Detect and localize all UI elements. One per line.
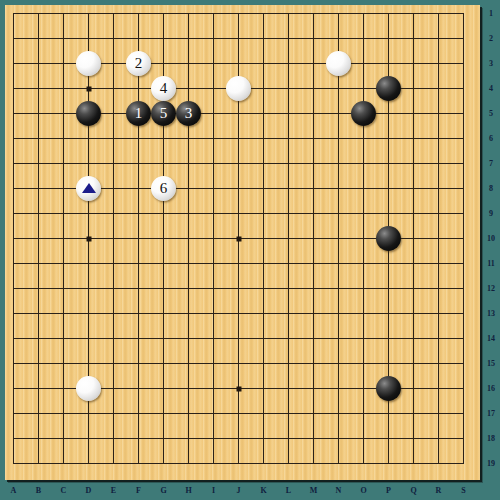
intersection-d16[interactable]	[76, 376, 101, 401]
intersection-f1[interactable]	[126, 1, 151, 26]
intersection-o8[interactable]	[351, 176, 376, 201]
intersection-f13[interactable]	[126, 301, 151, 326]
intersection-k14[interactable]	[251, 326, 276, 351]
intersection-p10[interactable]	[376, 226, 401, 251]
intersection-l18[interactable]	[276, 426, 301, 451]
intersection-e16[interactable]	[101, 376, 126, 401]
intersection-d11[interactable]	[76, 251, 101, 276]
intersection-n15[interactable]	[326, 351, 351, 376]
intersection-g7[interactable]	[151, 151, 176, 176]
intersection-g2[interactable]	[151, 26, 176, 51]
intersection-n17[interactable]	[326, 401, 351, 426]
intersection-k5[interactable]	[251, 101, 276, 126]
intersection-m7[interactable]	[301, 151, 326, 176]
intersection-j12[interactable]	[226, 276, 251, 301]
intersection-b1[interactable]	[26, 1, 51, 26]
intersection-o4[interactable]	[351, 76, 376, 101]
intersection-d8[interactable]	[76, 176, 101, 201]
intersection-n13[interactable]	[326, 301, 351, 326]
intersection-g17[interactable]	[151, 401, 176, 426]
intersection-o6[interactable]	[351, 126, 376, 151]
intersection-e9[interactable]	[101, 201, 126, 226]
intersection-a19[interactable]	[1, 451, 26, 476]
intersection-b5[interactable]	[26, 101, 51, 126]
intersection-r5[interactable]	[426, 101, 451, 126]
intersection-p18[interactable]	[376, 426, 401, 451]
intersection-k1[interactable]	[251, 1, 276, 26]
intersection-k7[interactable]	[251, 151, 276, 176]
intersection-g3[interactable]	[151, 51, 176, 76]
white-stone-d8[interactable]	[76, 176, 101, 201]
intersection-j18[interactable]	[226, 426, 251, 451]
intersection-s12[interactable]	[451, 276, 476, 301]
intersection-g11[interactable]	[151, 251, 176, 276]
white-stone-f3[interactable]: 2	[126, 51, 151, 76]
intersection-l6[interactable]	[276, 126, 301, 151]
intersection-n18[interactable]	[326, 426, 351, 451]
intersection-j10[interactable]	[226, 226, 251, 251]
intersection-k13[interactable]	[251, 301, 276, 326]
intersection-q9[interactable]	[401, 201, 426, 226]
intersection-r2[interactable]	[426, 26, 451, 51]
intersection-p19[interactable]	[376, 451, 401, 476]
intersection-i14[interactable]	[201, 326, 226, 351]
intersection-l16[interactable]	[276, 376, 301, 401]
intersection-m9[interactable]	[301, 201, 326, 226]
intersection-g10[interactable]	[151, 226, 176, 251]
intersection-k4[interactable]	[251, 76, 276, 101]
intersection-d10[interactable]	[76, 226, 101, 251]
intersection-c18[interactable]	[51, 426, 76, 451]
intersection-l3[interactable]	[276, 51, 301, 76]
intersection-e6[interactable]	[101, 126, 126, 151]
intersection-h4[interactable]	[176, 76, 201, 101]
intersection-b16[interactable]	[26, 376, 51, 401]
intersection-g14[interactable]	[151, 326, 176, 351]
intersection-m18[interactable]	[301, 426, 326, 451]
intersection-q4[interactable]	[401, 76, 426, 101]
intersection-e15[interactable]	[101, 351, 126, 376]
intersection-l4[interactable]	[276, 76, 301, 101]
intersection-o19[interactable]	[351, 451, 376, 476]
intersection-s14[interactable]	[451, 326, 476, 351]
intersection-o2[interactable]	[351, 26, 376, 51]
intersection-j17[interactable]	[226, 401, 251, 426]
intersection-o18[interactable]	[351, 426, 376, 451]
intersection-n14[interactable]	[326, 326, 351, 351]
intersection-b10[interactable]	[26, 226, 51, 251]
intersection-h13[interactable]	[176, 301, 201, 326]
intersection-l1[interactable]	[276, 1, 301, 26]
intersection-h17[interactable]	[176, 401, 201, 426]
intersection-c11[interactable]	[51, 251, 76, 276]
intersection-e7[interactable]	[101, 151, 126, 176]
intersection-m17[interactable]	[301, 401, 326, 426]
intersection-j5[interactable]	[226, 101, 251, 126]
intersection-o10[interactable]	[351, 226, 376, 251]
intersection-g18[interactable]	[151, 426, 176, 451]
intersection-a11[interactable]	[1, 251, 26, 276]
intersection-h3[interactable]	[176, 51, 201, 76]
intersection-a4[interactable]	[1, 76, 26, 101]
intersection-d7[interactable]	[76, 151, 101, 176]
intersection-o15[interactable]	[351, 351, 376, 376]
intersection-e13[interactable]	[101, 301, 126, 326]
black-stone-d5[interactable]	[76, 101, 101, 126]
intersection-m2[interactable]	[301, 26, 326, 51]
intersection-i11[interactable]	[201, 251, 226, 276]
black-stone-p16[interactable]	[376, 376, 401, 401]
intersection-n4[interactable]	[326, 76, 351, 101]
intersection-a5[interactable]	[1, 101, 26, 126]
intersection-r19[interactable]	[426, 451, 451, 476]
intersection-i10[interactable]	[201, 226, 226, 251]
intersection-q10[interactable]	[401, 226, 426, 251]
intersection-k3[interactable]	[251, 51, 276, 76]
intersection-r10[interactable]	[426, 226, 451, 251]
intersection-s11[interactable]	[451, 251, 476, 276]
intersection-l17[interactable]	[276, 401, 301, 426]
intersection-i8[interactable]	[201, 176, 226, 201]
intersection-i9[interactable]	[201, 201, 226, 226]
intersection-r15[interactable]	[426, 351, 451, 376]
intersection-f2[interactable]	[126, 26, 151, 51]
intersection-j8[interactable]	[226, 176, 251, 201]
intersection-i18[interactable]	[201, 426, 226, 451]
intersection-k8[interactable]	[251, 176, 276, 201]
intersection-m4[interactable]	[301, 76, 326, 101]
intersection-f9[interactable]	[126, 201, 151, 226]
intersection-p8[interactable]	[376, 176, 401, 201]
intersection-p11[interactable]	[376, 251, 401, 276]
intersection-c8[interactable]	[51, 176, 76, 201]
intersection-a8[interactable]	[1, 176, 26, 201]
intersection-s17[interactable]	[451, 401, 476, 426]
intersection-l19[interactable]	[276, 451, 301, 476]
intersection-p3[interactable]	[376, 51, 401, 76]
intersection-o1[interactable]	[351, 1, 376, 26]
intersection-j16[interactable]	[226, 376, 251, 401]
intersection-n9[interactable]	[326, 201, 351, 226]
black-stone-o5[interactable]	[351, 101, 376, 126]
intersection-d15[interactable]	[76, 351, 101, 376]
intersection-p5[interactable]	[376, 101, 401, 126]
intersection-m11[interactable]	[301, 251, 326, 276]
intersection-j13[interactable]	[226, 301, 251, 326]
intersection-q13[interactable]	[401, 301, 426, 326]
intersection-h7[interactable]	[176, 151, 201, 176]
intersection-s8[interactable]	[451, 176, 476, 201]
intersection-d2[interactable]	[76, 26, 101, 51]
intersection-e11[interactable]	[101, 251, 126, 276]
intersection-e12[interactable]	[101, 276, 126, 301]
intersection-c4[interactable]	[51, 76, 76, 101]
intersection-c14[interactable]	[51, 326, 76, 351]
intersection-s13[interactable]	[451, 301, 476, 326]
intersection-j6[interactable]	[226, 126, 251, 151]
intersection-a14[interactable]	[1, 326, 26, 351]
intersection-e1[interactable]	[101, 1, 126, 26]
intersection-r12[interactable]	[426, 276, 451, 301]
intersection-q6[interactable]	[401, 126, 426, 151]
intersection-n7[interactable]	[326, 151, 351, 176]
intersection-n12[interactable]	[326, 276, 351, 301]
intersection-s18[interactable]	[451, 426, 476, 451]
intersection-o5[interactable]	[351, 101, 376, 126]
intersection-d19[interactable]	[76, 451, 101, 476]
intersection-c16[interactable]	[51, 376, 76, 401]
intersection-i6[interactable]	[201, 126, 226, 151]
intersection-j15[interactable]	[226, 351, 251, 376]
intersection-b18[interactable]	[26, 426, 51, 451]
intersection-f17[interactable]	[126, 401, 151, 426]
intersection-b7[interactable]	[26, 151, 51, 176]
intersection-k15[interactable]	[251, 351, 276, 376]
intersection-r16[interactable]	[426, 376, 451, 401]
intersection-f18[interactable]	[126, 426, 151, 451]
intersection-a9[interactable]	[1, 201, 26, 226]
intersection-j7[interactable]	[226, 151, 251, 176]
intersection-e19[interactable]	[101, 451, 126, 476]
intersection-g12[interactable]	[151, 276, 176, 301]
intersection-c10[interactable]	[51, 226, 76, 251]
intersection-m10[interactable]	[301, 226, 326, 251]
intersection-p9[interactable]	[376, 201, 401, 226]
intersection-a17[interactable]	[1, 401, 26, 426]
intersection-l13[interactable]	[276, 301, 301, 326]
intersection-h1[interactable]	[176, 1, 201, 26]
intersection-p7[interactable]	[376, 151, 401, 176]
intersection-e5[interactable]	[101, 101, 126, 126]
intersection-g16[interactable]	[151, 376, 176, 401]
intersection-m13[interactable]	[301, 301, 326, 326]
intersection-l10[interactable]	[276, 226, 301, 251]
intersection-q17[interactable]	[401, 401, 426, 426]
intersection-g6[interactable]	[151, 126, 176, 151]
intersection-k18[interactable]	[251, 426, 276, 451]
intersection-g1[interactable]	[151, 1, 176, 26]
intersection-j19[interactable]	[226, 451, 251, 476]
intersection-s4[interactable]	[451, 76, 476, 101]
intersection-q14[interactable]	[401, 326, 426, 351]
intersection-c17[interactable]	[51, 401, 76, 426]
intersection-n1[interactable]	[326, 1, 351, 26]
intersection-f19[interactable]	[126, 451, 151, 476]
intersection-e2[interactable]	[101, 26, 126, 51]
intersection-p2[interactable]	[376, 26, 401, 51]
intersection-f10[interactable]	[126, 226, 151, 251]
intersection-d1[interactable]	[76, 1, 101, 26]
intersection-h6[interactable]	[176, 126, 201, 151]
intersection-l15[interactable]	[276, 351, 301, 376]
intersection-i4[interactable]	[201, 76, 226, 101]
intersection-l14[interactable]	[276, 326, 301, 351]
intersection-s2[interactable]	[451, 26, 476, 51]
white-stone-g4[interactable]: 4	[151, 76, 176, 101]
intersection-i7[interactable]	[201, 151, 226, 176]
intersection-f11[interactable]	[126, 251, 151, 276]
intersection-k11[interactable]	[251, 251, 276, 276]
intersection-m8[interactable]	[301, 176, 326, 201]
intersection-c9[interactable]	[51, 201, 76, 226]
intersection-h18[interactable]	[176, 426, 201, 451]
intersection-o11[interactable]	[351, 251, 376, 276]
intersection-b2[interactable]	[26, 26, 51, 51]
intersection-b14[interactable]	[26, 326, 51, 351]
intersection-m12[interactable]	[301, 276, 326, 301]
intersection-f8[interactable]	[126, 176, 151, 201]
intersection-b12[interactable]	[26, 276, 51, 301]
intersection-e8[interactable]	[101, 176, 126, 201]
intersection-h9[interactable]	[176, 201, 201, 226]
intersection-d14[interactable]	[76, 326, 101, 351]
intersection-i16[interactable]	[201, 376, 226, 401]
intersection-p15[interactable]	[376, 351, 401, 376]
intersection-a16[interactable]	[1, 376, 26, 401]
intersection-s10[interactable]	[451, 226, 476, 251]
intersection-q2[interactable]	[401, 26, 426, 51]
intersection-s3[interactable]	[451, 51, 476, 76]
intersection-j2[interactable]	[226, 26, 251, 51]
intersection-c12[interactable]	[51, 276, 76, 301]
intersection-k2[interactable]	[251, 26, 276, 51]
intersection-r7[interactable]	[426, 151, 451, 176]
intersection-o13[interactable]	[351, 301, 376, 326]
intersection-n11[interactable]	[326, 251, 351, 276]
intersection-r3[interactable]	[426, 51, 451, 76]
intersection-q11[interactable]	[401, 251, 426, 276]
intersection-r8[interactable]	[426, 176, 451, 201]
intersection-c19[interactable]	[51, 451, 76, 476]
intersection-n3[interactable]	[326, 51, 351, 76]
intersection-i19[interactable]	[201, 451, 226, 476]
intersection-d12[interactable]	[76, 276, 101, 301]
intersection-p6[interactable]	[376, 126, 401, 151]
intersection-g13[interactable]	[151, 301, 176, 326]
white-stone-j4[interactable]	[226, 76, 251, 101]
intersection-p16[interactable]	[376, 376, 401, 401]
intersection-s16[interactable]	[451, 376, 476, 401]
intersection-m3[interactable]	[301, 51, 326, 76]
intersection-k6[interactable]	[251, 126, 276, 151]
intersection-m15[interactable]	[301, 351, 326, 376]
intersection-n16[interactable]	[326, 376, 351, 401]
intersection-c2[interactable]	[51, 26, 76, 51]
intersection-s9[interactable]	[451, 201, 476, 226]
intersection-g15[interactable]	[151, 351, 176, 376]
intersection-l11[interactable]	[276, 251, 301, 276]
intersection-h2[interactable]	[176, 26, 201, 51]
intersection-k19[interactable]	[251, 451, 276, 476]
intersection-g5[interactable]: 5	[151, 101, 176, 126]
intersection-m6[interactable]	[301, 126, 326, 151]
intersection-q3[interactable]	[401, 51, 426, 76]
intersection-j1[interactable]	[226, 1, 251, 26]
intersection-p17[interactable]	[376, 401, 401, 426]
intersection-p4[interactable]	[376, 76, 401, 101]
black-stone-p4[interactable]	[376, 76, 401, 101]
intersection-n2[interactable]	[326, 26, 351, 51]
intersection-c7[interactable]	[51, 151, 76, 176]
black-stone-f5[interactable]: 1	[126, 101, 151, 126]
white-stone-d16[interactable]	[76, 376, 101, 401]
intersection-b4[interactable]	[26, 76, 51, 101]
intersection-d17[interactable]	[76, 401, 101, 426]
intersection-i2[interactable]	[201, 26, 226, 51]
intersection-o17[interactable]	[351, 401, 376, 426]
intersection-e4[interactable]	[101, 76, 126, 101]
intersection-r6[interactable]	[426, 126, 451, 151]
intersection-h12[interactable]	[176, 276, 201, 301]
intersection-j4[interactable]	[226, 76, 251, 101]
intersection-b9[interactable]	[26, 201, 51, 226]
intersection-p14[interactable]	[376, 326, 401, 351]
intersection-a18[interactable]	[1, 426, 26, 451]
intersection-f14[interactable]	[126, 326, 151, 351]
intersection-g4[interactable]: 4	[151, 76, 176, 101]
intersection-g19[interactable]	[151, 451, 176, 476]
intersection-e3[interactable]	[101, 51, 126, 76]
intersection-i3[interactable]	[201, 51, 226, 76]
intersection-b8[interactable]	[26, 176, 51, 201]
intersection-b15[interactable]	[26, 351, 51, 376]
intersection-s5[interactable]	[451, 101, 476, 126]
intersection-d6[interactable]	[76, 126, 101, 151]
intersection-j3[interactable]	[226, 51, 251, 76]
intersection-o7[interactable]	[351, 151, 376, 176]
intersection-a1[interactable]	[1, 1, 26, 26]
intersection-o14[interactable]	[351, 326, 376, 351]
intersection-h14[interactable]	[176, 326, 201, 351]
intersection-c1[interactable]	[51, 1, 76, 26]
intersection-p12[interactable]	[376, 276, 401, 301]
intersection-h19[interactable]	[176, 451, 201, 476]
intersection-n6[interactable]	[326, 126, 351, 151]
intersection-a3[interactable]	[1, 51, 26, 76]
intersection-d5[interactable]	[76, 101, 101, 126]
intersection-f6[interactable]	[126, 126, 151, 151]
intersection-s19[interactable]	[451, 451, 476, 476]
intersection-s15[interactable]	[451, 351, 476, 376]
intersection-g9[interactable]	[151, 201, 176, 226]
intersection-d18[interactable]	[76, 426, 101, 451]
black-stone-h5[interactable]: 3	[176, 101, 201, 126]
intersection-r11[interactable]	[426, 251, 451, 276]
intersection-d9[interactable]	[76, 201, 101, 226]
intersection-d13[interactable]	[76, 301, 101, 326]
intersection-q5[interactable]	[401, 101, 426, 126]
intersection-h16[interactable]	[176, 376, 201, 401]
intersection-b6[interactable]	[26, 126, 51, 151]
intersection-b13[interactable]	[26, 301, 51, 326]
intersection-q15[interactable]	[401, 351, 426, 376]
intersection-f7[interactable]	[126, 151, 151, 176]
intersection-a12[interactable]	[1, 276, 26, 301]
intersection-m19[interactable]	[301, 451, 326, 476]
intersection-m16[interactable]	[301, 376, 326, 401]
intersection-k10[interactable]	[251, 226, 276, 251]
intersection-e14[interactable]	[101, 326, 126, 351]
intersection-k17[interactable]	[251, 401, 276, 426]
intersection-q19[interactable]	[401, 451, 426, 476]
black-stone-g5[interactable]: 5	[151, 101, 176, 126]
intersection-f5[interactable]: 1	[126, 101, 151, 126]
intersection-e10[interactable]	[101, 226, 126, 251]
intersection-s1[interactable]	[451, 1, 476, 26]
intersection-o3[interactable]	[351, 51, 376, 76]
intersection-k9[interactable]	[251, 201, 276, 226]
intersection-a10[interactable]	[1, 226, 26, 251]
